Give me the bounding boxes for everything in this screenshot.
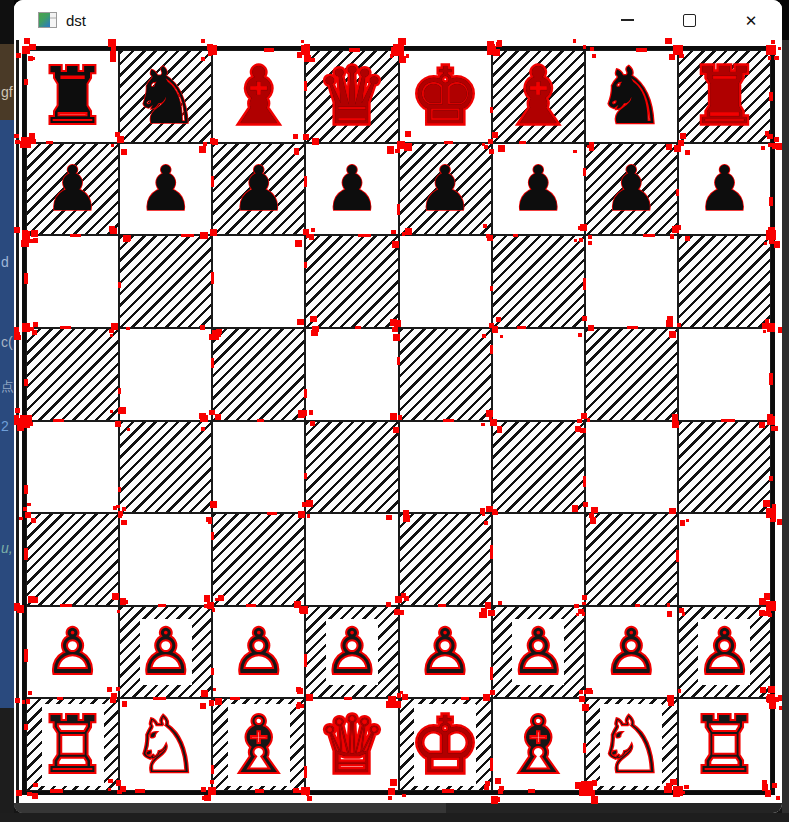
black-pawn-a7: ♟♟ (27, 144, 118, 235)
piece-glyph: ♕ (306, 699, 397, 790)
black-pawn-e7: ♟♟ (400, 144, 491, 235)
backdrop-text-fragment: gf (1, 84, 13, 100)
square-c8: ♝♝ (212, 50, 305, 143)
square-b7: ♟♟ (119, 143, 212, 236)
square-h7: ♟♟ (678, 143, 771, 236)
square-d5 (305, 328, 398, 421)
piece-glyph: ♙ (120, 607, 211, 698)
piece-glyph: ♟ (27, 144, 118, 235)
square-e7: ♟♟ (399, 143, 492, 236)
black-king-e8: ♚♚ (400, 51, 491, 142)
piece-glyph: ♙ (27, 607, 118, 698)
backdrop-bottom-strip (0, 813, 789, 822)
horizontal-scrollbar[interactable] (14, 803, 782, 813)
square-b6 (119, 235, 212, 328)
window-controls: ✕ (596, 0, 782, 40)
piece-glyph: ♚ (400, 51, 491, 142)
chess-board: ♜♜♞♞♝♝♛♛♚♚♝♝♞♞♜♜♟♟♟♟♟♟♟♟♟♟♟♟♟♟♟♟♙♙♙♙♙♙♙♙… (22, 46, 775, 795)
piece-glyph: ♛ (306, 51, 397, 142)
piece-glyph: ♟ (306, 144, 397, 235)
square-b3 (119, 513, 212, 606)
square-b5 (119, 328, 212, 421)
square-g7: ♟♟ (585, 143, 678, 236)
white-rook-h1: ♖♖ (679, 699, 770, 790)
white-pawn-b2: ♙♙ (120, 607, 211, 698)
square-e8: ♚♚ (399, 50, 492, 143)
board-grid: ♜♜♞♞♝♝♛♛♚♚♝♝♞♞♜♜♟♟♟♟♟♟♟♟♟♟♟♟♟♟♟♟♙♙♙♙♙♙♙♙… (26, 50, 771, 791)
square-a3 (26, 513, 119, 606)
square-d2: ♙♙ (305, 606, 398, 699)
window-titlebar[interactable]: dst ✕ (14, 0, 782, 40)
white-pawn-g2: ♙♙ (586, 607, 677, 698)
square-h6 (678, 235, 771, 328)
piece-glyph: ♗ (213, 699, 304, 790)
square-c2: ♙♙ (212, 606, 305, 699)
square-a5 (26, 328, 119, 421)
square-e5 (399, 328, 492, 421)
maximize-icon (683, 14, 696, 27)
white-pawn-h2: ♙♙ (679, 607, 770, 698)
black-pawn-f7: ♟♟ (493, 144, 584, 235)
close-button[interactable]: ✕ (720, 0, 782, 40)
square-e4 (399, 421, 492, 514)
piece-glyph: ♜ (27, 51, 118, 142)
piece-glyph: ♟ (400, 144, 491, 235)
piece-glyph: ♙ (400, 607, 491, 698)
square-g1: ♘♘ (585, 698, 678, 791)
white-pawn-c2: ♙♙ (213, 607, 304, 698)
square-e2: ♙♙ (399, 606, 492, 699)
black-pawn-g7: ♟♟ (586, 144, 677, 235)
backdrop-text-fragment: d (1, 254, 9, 270)
square-c3 (212, 513, 305, 606)
square-b8: ♞♞ (119, 50, 212, 143)
minimize-icon (621, 19, 634, 21)
square-c7: ♟♟ (212, 143, 305, 236)
square-d8: ♛♛ (305, 50, 398, 143)
desktop-stage: gf d c( 点 2 u, dst ✕ (0, 0, 789, 822)
square-d1: ♕♕ (305, 698, 398, 791)
white-knight-b1: ♘♘ (120, 699, 211, 790)
square-f1: ♗♗ (492, 698, 585, 791)
black-rook-a8: ♜♜ (27, 51, 118, 142)
piece-glyph: ♔ (400, 699, 491, 790)
window-title: dst (66, 12, 86, 29)
black-queen-d8: ♛♛ (306, 51, 397, 142)
piece-glyph: ♟ (213, 144, 304, 235)
piece-glyph: ♟ (679, 144, 770, 235)
white-pawn-e2: ♙♙ (400, 607, 491, 698)
square-g5 (585, 328, 678, 421)
close-icon: ✕ (745, 13, 758, 28)
square-d6 (305, 235, 398, 328)
square-b1: ♘♘ (119, 698, 212, 791)
piece-glyph: ♙ (306, 607, 397, 698)
piece-glyph: ♜ (679, 51, 770, 142)
piece-glyph: ♙ (679, 607, 770, 698)
square-d4 (305, 421, 398, 514)
square-f6 (492, 235, 585, 328)
opencv-window: dst ✕ ♜♜♞♞♝♝♛♛♚♚♝♝♞♞♜♜♟♟♟♟♟♟♟♟♟♟♟♟♟♟♟♟♙♙… (14, 0, 782, 813)
square-f8: ♝♝ (492, 50, 585, 143)
white-pawn-d2: ♙♙ (306, 607, 397, 698)
square-g3 (585, 513, 678, 606)
square-f7: ♟♟ (492, 143, 585, 236)
black-rook-h8: ♜♜ (679, 51, 770, 142)
black-knight-b8: ♞♞ (120, 51, 211, 142)
square-c4 (212, 421, 305, 514)
square-a2: ♙♙ (26, 606, 119, 699)
square-c1: ♗♗ (212, 698, 305, 791)
piece-glyph: ♞ (120, 51, 211, 142)
square-a7: ♟♟ (26, 143, 119, 236)
piece-glyph: ♝ (493, 51, 584, 142)
piece-glyph: ♖ (679, 699, 770, 790)
image-viewport: ♜♜♞♞♝♝♛♛♚♚♝♝♞♞♜♜♟♟♟♟♟♟♟♟♟♟♟♟♟♟♟♟♙♙♙♙♙♙♙♙… (14, 40, 782, 803)
piece-glyph: ♗ (493, 699, 584, 790)
scrollbar-thumb[interactable] (14, 803, 446, 813)
piece-glyph: ♟ (586, 144, 677, 235)
black-pawn-b7: ♟♟ (120, 144, 211, 235)
square-a4 (26, 421, 119, 514)
scan-page-edge (16, 40, 19, 803)
backdrop-band-blue (0, 120, 14, 708)
square-e1: ♔♔ (399, 698, 492, 791)
square-a1: ♖♖ (26, 698, 119, 791)
black-pawn-c7: ♟♟ (213, 144, 304, 235)
black-bishop-f8: ♝♝ (493, 51, 584, 142)
piece-glyph: ♖ (27, 699, 118, 790)
backdrop-text-fragment: 点 (1, 378, 14, 396)
white-pawn-f2: ♙♙ (493, 607, 584, 698)
square-d7: ♟♟ (305, 143, 398, 236)
square-h1: ♖♖ (678, 698, 771, 791)
square-f5 (492, 328, 585, 421)
square-h2: ♙♙ (678, 606, 771, 699)
black-bishop-c8: ♝♝ (213, 51, 304, 142)
piece-glyph: ♘ (120, 699, 211, 790)
piece-glyph: ♝ (213, 51, 304, 142)
square-e6 (399, 235, 492, 328)
black-knight-g8: ♞♞ (586, 51, 677, 142)
square-g4 (585, 421, 678, 514)
backdrop-band-dark (0, 708, 14, 822)
piece-glyph: ♙ (493, 607, 584, 698)
white-king-e1: ♔♔ (400, 699, 491, 790)
backdrop-text-fragment: c( (1, 334, 13, 350)
square-b2: ♙♙ (119, 606, 212, 699)
minimize-button[interactable] (596, 0, 658, 40)
white-pawn-a2: ♙♙ (27, 607, 118, 698)
piece-glyph: ♟ (493, 144, 584, 235)
square-c5 (212, 328, 305, 421)
square-f3 (492, 513, 585, 606)
square-d3 (305, 513, 398, 606)
piece-glyph: ♙ (213, 607, 304, 698)
piece-glyph: ♙ (586, 607, 677, 698)
backdrop-text-fragment: 2 (1, 418, 9, 434)
square-a6 (26, 235, 119, 328)
square-f4 (492, 421, 585, 514)
square-f2: ♙♙ (492, 606, 585, 699)
maximize-button[interactable] (658, 0, 720, 40)
white-knight-g1: ♘♘ (586, 699, 677, 790)
backdrop-ide-sliver: gf d c( 点 2 u, (0, 0, 14, 822)
black-pawn-h7: ♟♟ (679, 144, 770, 235)
square-h4 (678, 421, 771, 514)
square-g8: ♞♞ (585, 50, 678, 143)
piece-glyph: ♟ (120, 144, 211, 235)
square-g2: ♙♙ (585, 606, 678, 699)
white-queen-d1: ♕♕ (306, 699, 397, 790)
square-h8: ♜♜ (678, 50, 771, 143)
square-g6 (585, 235, 678, 328)
square-e3 (399, 513, 492, 606)
white-bishop-f1: ♗♗ (493, 699, 584, 790)
white-rook-a1: ♖♖ (27, 699, 118, 790)
piece-glyph: ♞ (586, 51, 677, 142)
white-bishop-c1: ♗♗ (213, 699, 304, 790)
square-b4 (119, 421, 212, 514)
backdrop-band-brown (0, 44, 14, 120)
square-a8: ♜♜ (26, 50, 119, 143)
square-c6 (212, 235, 305, 328)
backdrop-text-fragment: u, (1, 540, 13, 556)
opencv-image-icon (38, 12, 57, 28)
black-pawn-d7: ♟♟ (306, 144, 397, 235)
piece-glyph: ♘ (586, 699, 677, 790)
square-h3 (678, 513, 771, 606)
square-h5 (678, 328, 771, 421)
backdrop-right-strip (782, 40, 789, 822)
